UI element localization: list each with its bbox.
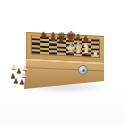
loose-black-pawn: ♟ xyxy=(8,73,18,80)
board-cell xyxy=(32,51,40,54)
clasp-latch-icon xyxy=(78,65,88,75)
loose-white-pawn: ♟ xyxy=(9,64,19,71)
board-cell xyxy=(82,54,90,57)
loose-black-pawn: ♟ xyxy=(14,68,24,75)
product-photo-chess-box: ♞♝♛♚♝♟♟♟♞♝♞♟♛♟♚♟♟♜ ♟♟♟♟♟♟♟ xyxy=(0,0,125,125)
board-cell xyxy=(40,52,48,55)
board-cell xyxy=(57,53,65,56)
box-lid-top: ♞♝♛♚♝♟♟♟♞♝♞♟♛♟♚♟♟♜ xyxy=(26,32,104,64)
board-cell xyxy=(74,53,82,56)
board-cell xyxy=(66,53,74,56)
board-cell: ♜ xyxy=(91,54,99,57)
chess-board: ♞♝♛♚♝♟♟♟♞♝♞♟♛♟♚♟♟♜ xyxy=(32,36,99,57)
board-cell xyxy=(49,52,57,55)
